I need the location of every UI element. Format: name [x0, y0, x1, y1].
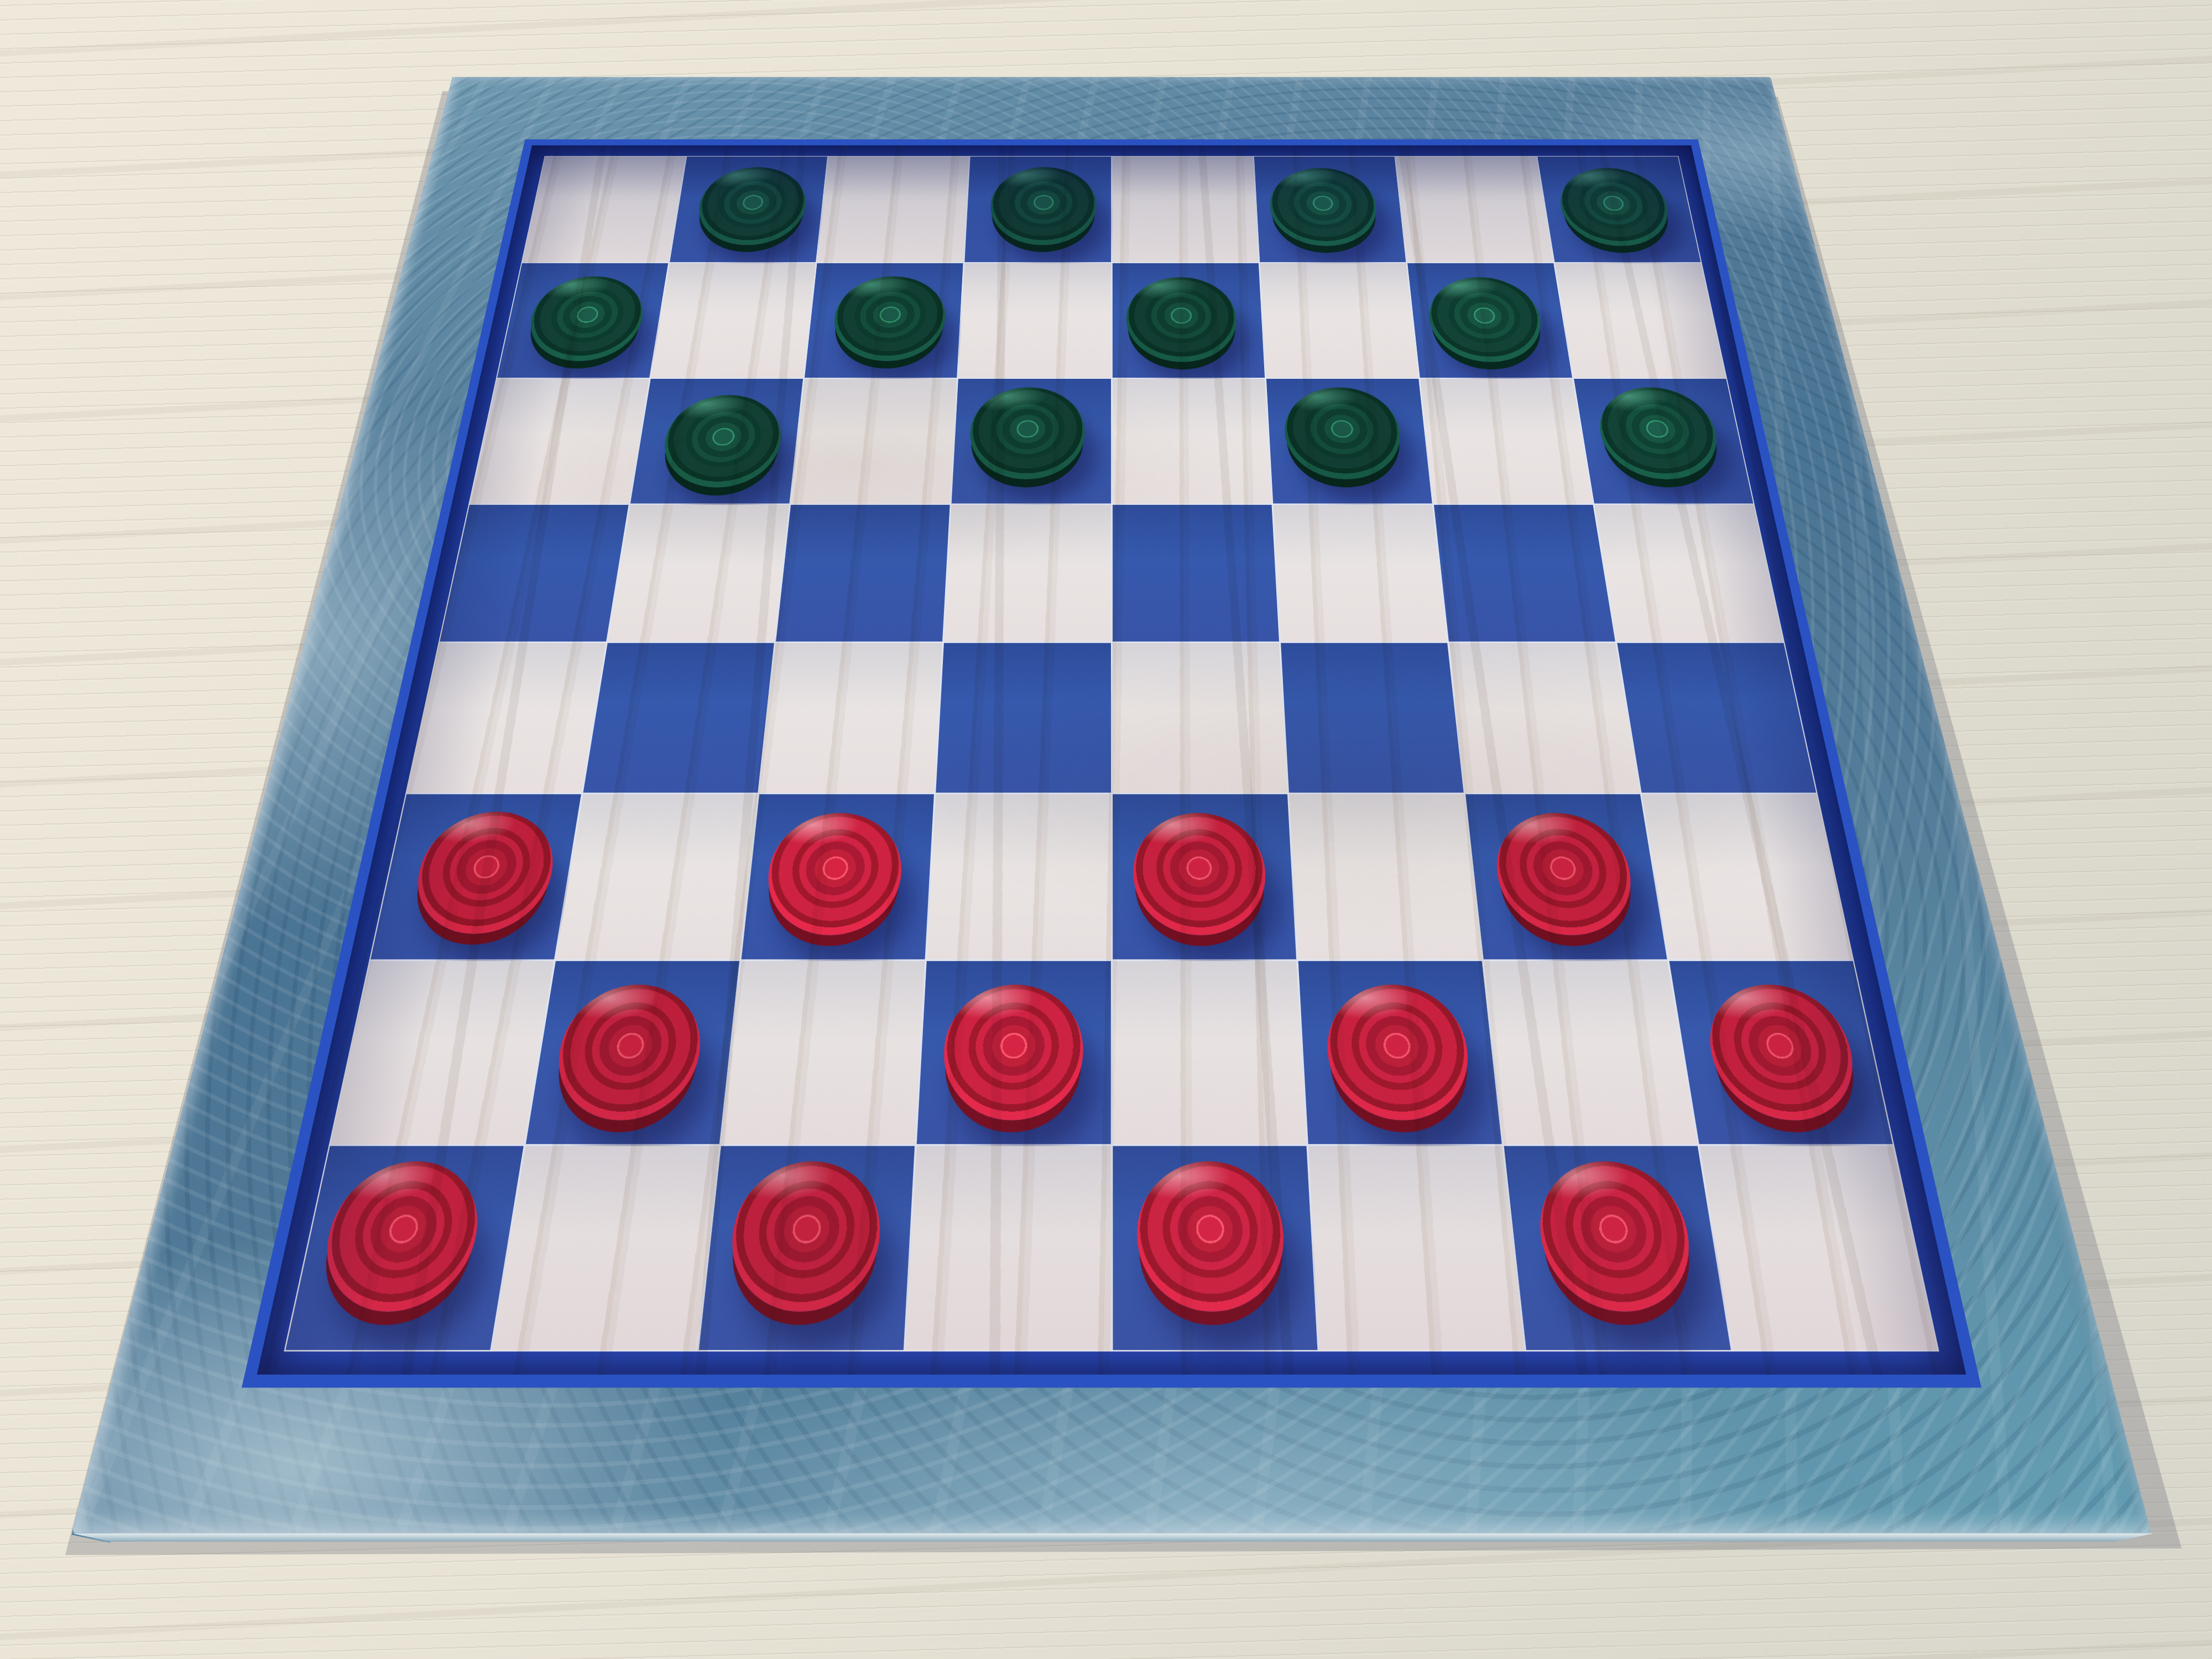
- square-f1[interactable]: [1308, 1146, 1524, 1350]
- square-f2[interactable]: [1298, 961, 1501, 1144]
- checker-red[interactable]: [725, 1161, 884, 1312]
- square-g1[interactable]: [1504, 1146, 1731, 1350]
- square-a8[interactable]: [523, 156, 686, 262]
- checker-red[interactable]: [1532, 1161, 1700, 1312]
- checker-green[interactable]: [1554, 168, 1675, 246]
- square-d2[interactable]: [917, 961, 1110, 1144]
- square-g4[interactable]: [1449, 643, 1640, 792]
- square-h6[interactable]: [1574, 379, 1754, 504]
- square-e8[interactable]: [1112, 156, 1258, 262]
- checker-red[interactable]: [941, 984, 1084, 1120]
- checker-green[interactable]: [968, 388, 1086, 479]
- square-d4[interactable]: [936, 643, 1111, 792]
- square-e2[interactable]: [1113, 961, 1306, 1144]
- square-e7[interactable]: [1112, 263, 1264, 378]
- square-g5[interactable]: [1434, 505, 1615, 641]
- square-c8[interactable]: [817, 156, 969, 262]
- perspective-scene: [0, 0, 2212, 1659]
- square-d8[interactable]: [965, 156, 1111, 262]
- checker-green[interactable]: [989, 167, 1097, 245]
- square-a7[interactable]: [497, 263, 668, 378]
- checker-red[interactable]: [1133, 813, 1268, 935]
- square-h2[interactable]: [1669, 961, 1892, 1144]
- square-c4[interactable]: [760, 643, 943, 792]
- square-e1[interactable]: [1113, 1146, 1317, 1350]
- square-a1[interactable]: [285, 1146, 524, 1350]
- square-f5[interactable]: [1273, 505, 1447, 641]
- checker-red[interactable]: [763, 813, 905, 935]
- square-h4[interactable]: [1617, 643, 1816, 792]
- square-d5[interactable]: [944, 505, 1110, 641]
- frame-front-side: [69, 1533, 2154, 1542]
- square-c3[interactable]: [742, 794, 934, 959]
- square-b6[interactable]: [630, 379, 803, 504]
- checker-red[interactable]: [1700, 984, 1865, 1120]
- checkers-board: [72, 77, 2152, 1533]
- square-d6[interactable]: [952, 379, 1111, 504]
- checker-green[interactable]: [1268, 168, 1380, 246]
- square-h1[interactable]: [1699, 1146, 1938, 1350]
- checker-red[interactable]: [1490, 813, 1640, 935]
- square-f3[interactable]: [1289, 794, 1481, 959]
- square-f4[interactable]: [1281, 643, 1464, 792]
- square-b7[interactable]: [651, 263, 816, 378]
- checker-green[interactable]: [658, 395, 786, 488]
- checker-red[interactable]: [313, 1161, 489, 1312]
- checker-green[interactable]: [1282, 388, 1404, 479]
- square-c7[interactable]: [805, 263, 963, 378]
- board-grid: [284, 156, 1939, 1352]
- checker-red[interactable]: [406, 812, 562, 934]
- square-a3[interactable]: [371, 794, 581, 959]
- square-c1[interactable]: [699, 1146, 915, 1350]
- square-d7[interactable]: [958, 263, 1110, 378]
- square-g8[interactable]: [1396, 156, 1553, 262]
- checker-green[interactable]: [523, 276, 649, 361]
- square-e5[interactable]: [1112, 505, 1279, 641]
- square-f8[interactable]: [1254, 156, 1406, 262]
- square-a6[interactable]: [469, 379, 649, 504]
- square-b3[interactable]: [556, 794, 758, 959]
- checker-red[interactable]: [549, 984, 707, 1120]
- checker-green[interactable]: [1425, 277, 1546, 362]
- square-a2[interactable]: [330, 961, 554, 1144]
- square-c2[interactable]: [722, 961, 925, 1144]
- checker-green[interactable]: [1593, 388, 1725, 479]
- square-b4[interactable]: [583, 643, 774, 792]
- square-f7[interactable]: [1260, 263, 1418, 378]
- square-b1[interactable]: [492, 1146, 719, 1350]
- checker-green[interactable]: [693, 167, 810, 245]
- square-h7[interactable]: [1555, 263, 1726, 378]
- square-b5[interactable]: [608, 505, 789, 641]
- square-c6[interactable]: [791, 379, 957, 504]
- square-d1[interactable]: [906, 1146, 1110, 1350]
- square-c5[interactable]: [776, 505, 950, 641]
- checker-red[interactable]: [1136, 1161, 1287, 1312]
- square-b2[interactable]: [526, 961, 739, 1144]
- board-margin: [257, 145, 1966, 1375]
- square-d3[interactable]: [927, 794, 1110, 959]
- square-e6[interactable]: [1112, 379, 1271, 504]
- square-b8[interactable]: [670, 156, 827, 262]
- square-a5[interactable]: [440, 505, 628, 641]
- square-g3[interactable]: [1465, 794, 1667, 959]
- checker-green[interactable]: [831, 276, 948, 361]
- square-h3[interactable]: [1642, 794, 1853, 959]
- square-e3[interactable]: [1113, 794, 1296, 959]
- square-f6[interactable]: [1266, 379, 1432, 504]
- square-g7[interactable]: [1407, 263, 1572, 378]
- square-a4[interactable]: [407, 643, 606, 792]
- square-h8[interactable]: [1537, 156, 1700, 262]
- checker-red[interactable]: [1323, 984, 1474, 1120]
- square-g2[interactable]: [1484, 961, 1697, 1144]
- photo-scene: [0, 0, 2212, 1659]
- square-e4[interactable]: [1113, 643, 1287, 792]
- board-frame: [72, 77, 2152, 1533]
- checker-green[interactable]: [1126, 277, 1238, 362]
- square-h5[interactable]: [1594, 505, 1783, 641]
- square-g6[interactable]: [1420, 379, 1593, 504]
